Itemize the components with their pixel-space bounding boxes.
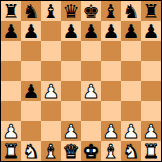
square-e1[interactable]: ♚ [81, 141, 101, 161]
piece-white-bishop[interactable]: ♝ [102, 141, 119, 161]
square-b5[interactable] [21, 61, 41, 81]
square-h2[interactable]: ♟ [141, 121, 161, 141]
square-c1[interactable]: ♝ [41, 141, 61, 161]
piece-white-queen[interactable]: ♛ [62, 141, 79, 161]
square-f3[interactable] [101, 101, 121, 121]
square-a8[interactable]: ♜ [1, 1, 21, 21]
piece-black-pawn[interactable]: ♟ [22, 21, 39, 41]
square-g2[interactable]: ♟ [121, 121, 141, 141]
square-e5[interactable] [81, 61, 101, 81]
square-f6[interactable] [101, 41, 121, 61]
square-e7[interactable]: ♟ [81, 21, 101, 41]
square-g3[interactable] [121, 101, 141, 121]
square-h3[interactable] [141, 101, 161, 121]
square-h8[interactable]: ♜ [141, 1, 161, 21]
square-d5[interactable] [61, 61, 81, 81]
piece-black-knight[interactable]: ♞ [22, 1, 39, 21]
square-e8[interactable]: ♚ [81, 1, 101, 21]
piece-white-pawn[interactable]: ♟ [122, 121, 139, 141]
square-c5[interactable] [41, 61, 61, 81]
square-h4[interactable] [141, 81, 161, 101]
piece-white-king[interactable]: ♚ [82, 141, 99, 161]
square-f2[interactable]: ♟ [101, 121, 121, 141]
piece-white-pawn[interactable]: ♟ [142, 121, 159, 141]
square-a3[interactable] [1, 101, 21, 121]
square-g5[interactable] [121, 61, 141, 81]
piece-black-rook[interactable]: ♜ [2, 1, 19, 21]
square-f5[interactable] [101, 61, 121, 81]
chess-board: ♜♞♝♛♚♝♞♜♟♟♟♟♟♟♟♟♟♟♟♟♟♟♟♜♞♝♛♚♝♞♜ [0, 0, 162, 162]
square-a7[interactable]: ♟ [1, 21, 21, 41]
piece-black-rook[interactable]: ♜ [142, 1, 159, 21]
square-b8[interactable]: ♞ [21, 1, 41, 21]
square-c4[interactable]: ♟ [41, 81, 61, 101]
square-b6[interactable] [21, 41, 41, 61]
square-a5[interactable] [1, 61, 21, 81]
square-d6[interactable] [61, 41, 81, 61]
piece-white-bishop[interactable]: ♝ [42, 141, 59, 161]
square-d2[interactable]: ♟ [61, 121, 81, 141]
square-g8[interactable]: ♞ [121, 1, 141, 21]
square-b2[interactable] [21, 121, 41, 141]
square-f4[interactable] [101, 81, 121, 101]
piece-white-rook[interactable]: ♜ [142, 141, 159, 161]
piece-black-pawn[interactable]: ♟ [2, 21, 19, 41]
square-d7[interactable]: ♟ [61, 21, 81, 41]
square-c6[interactable] [41, 41, 61, 61]
square-b3[interactable] [21, 101, 41, 121]
square-h5[interactable] [141, 61, 161, 81]
square-c7[interactable] [41, 21, 61, 41]
square-a2[interactable]: ♟ [1, 121, 21, 141]
square-a4[interactable] [1, 81, 21, 101]
piece-black-pawn[interactable]: ♟ [142, 21, 159, 41]
square-g1[interactable]: ♞ [121, 141, 141, 161]
square-c8[interactable]: ♝ [41, 1, 61, 21]
square-g4[interactable] [121, 81, 141, 101]
piece-white-pawn[interactable]: ♟ [102, 121, 119, 141]
square-f8[interactable]: ♝ [101, 1, 121, 21]
square-b7[interactable]: ♟ [21, 21, 41, 41]
square-g7[interactable]: ♟ [121, 21, 141, 41]
square-e3[interactable] [81, 101, 101, 121]
square-d3[interactable] [61, 101, 81, 121]
square-c3[interactable] [41, 101, 61, 121]
square-e4[interactable]: ♟ [81, 81, 101, 101]
piece-white-knight[interactable]: ♞ [122, 141, 139, 161]
square-a1[interactable]: ♜ [1, 141, 21, 161]
piece-black-pawn[interactable]: ♟ [122, 21, 139, 41]
piece-black-knight[interactable]: ♞ [122, 1, 139, 21]
square-g6[interactable] [121, 41, 141, 61]
square-e6[interactable] [81, 41, 101, 61]
piece-white-rook[interactable]: ♜ [2, 141, 19, 161]
square-d4[interactable] [61, 81, 81, 101]
square-d1[interactable]: ♛ [61, 141, 81, 161]
piece-black-king[interactable]: ♚ [82, 1, 99, 21]
piece-black-bishop[interactable]: ♝ [42, 1, 59, 21]
square-h7[interactable]: ♟ [141, 21, 161, 41]
piece-black-bishop[interactable]: ♝ [102, 1, 119, 21]
piece-black-pawn[interactable]: ♟ [22, 81, 39, 101]
square-a6[interactable] [1, 41, 21, 61]
square-h6[interactable] [141, 41, 161, 61]
piece-black-pawn[interactable]: ♟ [82, 21, 99, 41]
piece-black-pawn[interactable]: ♟ [102, 21, 119, 41]
square-f7[interactable]: ♟ [101, 21, 121, 41]
square-e2[interactable] [81, 121, 101, 141]
square-b4[interactable]: ♟ [21, 81, 41, 101]
square-h1[interactable]: ♜ [141, 141, 161, 161]
piece-black-queen[interactable]: ♛ [62, 1, 79, 21]
square-f1[interactable]: ♝ [101, 141, 121, 161]
piece-black-pawn[interactable]: ♟ [62, 21, 79, 41]
piece-white-knight[interactable]: ♞ [22, 141, 39, 161]
square-c2[interactable] [41, 121, 61, 141]
piece-white-pawn[interactable]: ♟ [62, 121, 79, 141]
piece-white-pawn[interactable]: ♟ [2, 121, 19, 141]
square-d8[interactable]: ♛ [61, 1, 81, 21]
piece-white-pawn[interactable]: ♟ [82, 81, 99, 101]
piece-white-pawn[interactable]: ♟ [42, 81, 59, 101]
square-b1[interactable]: ♞ [21, 141, 41, 161]
